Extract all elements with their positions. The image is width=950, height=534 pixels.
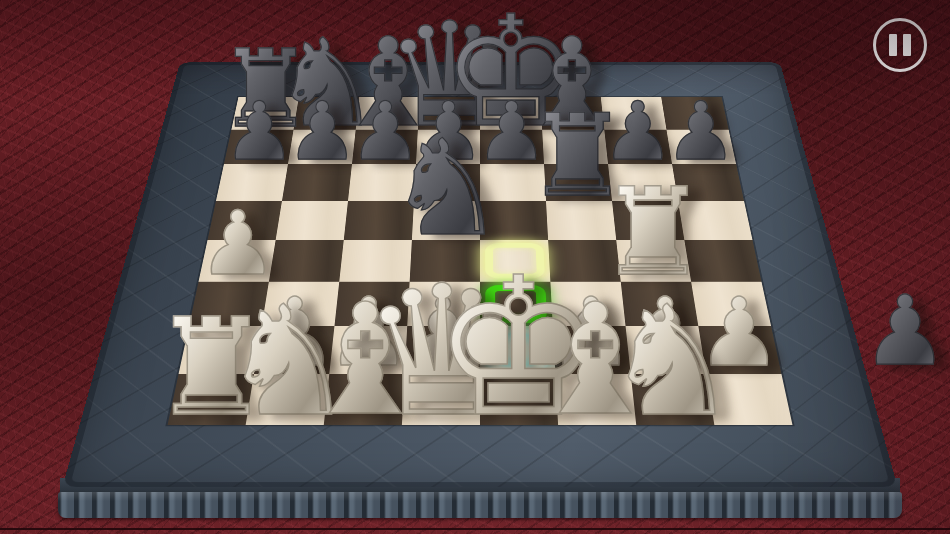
captured-black-pawn: ♟ <box>857 283 950 379</box>
pause-button[interactable] <box>873 18 927 72</box>
board-edge-tiles <box>58 492 902 518</box>
pause-icon <box>889 34 897 56</box>
game-scene: ♜♞♝♛♚♝♞♜♟♟♟♟♟♟♟♜♞♝♛♚♝♜♞♟♟♟♟♟♟♟♟ <box>0 0 950 534</box>
black-knight-d5[interactable]: ♞ <box>380 122 512 254</box>
white-knight-g1[interactable]: ♞ <box>596 286 748 438</box>
square-b5[interactable] <box>276 201 348 240</box>
table-edge-line <box>0 528 950 530</box>
pause-icon <box>903 34 911 56</box>
black-pawn-h7[interactable]: ♟ <box>661 91 741 171</box>
